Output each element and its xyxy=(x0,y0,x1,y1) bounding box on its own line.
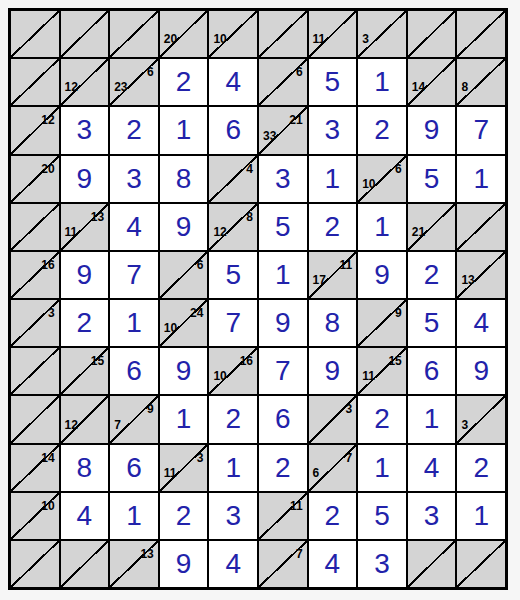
entry-value: 9 xyxy=(424,116,440,144)
block-cell xyxy=(407,10,457,58)
entry-cell[interactable]: 3 xyxy=(407,492,457,540)
entry-cell[interactable]: 1 xyxy=(109,299,159,347)
down-clue: 10 xyxy=(213,33,226,45)
entry-value: 1 xyxy=(225,454,241,482)
block-cell xyxy=(456,540,506,588)
entry-value: 1 xyxy=(374,68,390,96)
block-cell xyxy=(60,540,110,588)
entry-cell[interactable]: 4 xyxy=(109,203,159,251)
clue-cell: 21 xyxy=(407,203,457,251)
entry-value: 5 xyxy=(424,165,440,193)
entry-value: 9 xyxy=(275,309,291,337)
entry-cell[interactable]: 8 xyxy=(60,444,110,492)
clue-cell: 7 xyxy=(258,540,308,588)
diagonal-line xyxy=(457,11,505,57)
clue-cell: 3 xyxy=(357,10,407,58)
entry-value: 2 xyxy=(176,68,192,96)
entry-cell[interactable]: 1 xyxy=(357,444,407,492)
entry-value: 9 xyxy=(176,357,192,385)
entry-cell[interactable]: 1 xyxy=(159,106,209,154)
entry-value: 9 xyxy=(176,213,192,241)
clue-cell: 4 xyxy=(208,155,258,203)
entry-value: 1 xyxy=(176,405,192,433)
entry-cell[interactable]: 2 xyxy=(308,492,358,540)
entry-cell[interactable]: 3 xyxy=(258,155,308,203)
across-clue: 4 xyxy=(246,163,253,175)
across-clue: 6 xyxy=(147,66,154,78)
entry-value: 2 xyxy=(176,502,192,530)
entry-cell[interactable]: 8 xyxy=(308,299,358,347)
entry-cell[interactable]: 7 xyxy=(109,251,159,299)
entry-cell[interactable]: 2 xyxy=(357,106,407,154)
entry-value: 3 xyxy=(275,165,291,193)
diagonal-line xyxy=(457,541,505,587)
entry-cell[interactable]: 4 xyxy=(407,444,457,492)
clue-cell: 113 xyxy=(159,444,209,492)
entry-cell[interactable]: 5 xyxy=(308,58,358,106)
entry-cell[interactable]: 9 xyxy=(407,106,457,154)
diagonal-line xyxy=(408,11,456,57)
clue-cell: 1024 xyxy=(159,299,209,347)
entry-cell[interactable]: 1 xyxy=(159,395,209,443)
entry-value: 4 xyxy=(126,213,142,241)
clue-cell: 15 xyxy=(60,347,110,395)
entry-cell[interactable]: 1 xyxy=(258,251,308,299)
entry-value: 5 xyxy=(424,309,440,337)
across-clue: 15 xyxy=(91,355,104,367)
entry-cell[interactable]: 2 xyxy=(258,444,308,492)
entry-value: 3 xyxy=(77,116,93,144)
clue-cell: 3321 xyxy=(258,106,308,154)
entry-cell[interactable]: 2 xyxy=(159,492,209,540)
entry-value: 4 xyxy=(225,68,241,96)
entry-cell[interactable]: 6 xyxy=(258,395,308,443)
down-clue: 11 xyxy=(362,370,375,382)
across-clue: 12 xyxy=(41,114,54,126)
entry-cell[interactable]: 2 xyxy=(208,395,258,443)
entry-value: 9 xyxy=(77,165,93,193)
entry-cell[interactable]: 9 xyxy=(357,251,407,299)
entry-cell[interactable]: 9 xyxy=(456,347,506,395)
diagonal-line xyxy=(11,204,59,250)
entry-value: 6 xyxy=(225,116,241,144)
entry-value: 2 xyxy=(77,309,93,337)
entry-cell[interactable]: 6 xyxy=(109,444,159,492)
entry-cell[interactable]: 1 xyxy=(109,492,159,540)
entry-cell[interactable]: 1 xyxy=(407,395,457,443)
entry-value: 5 xyxy=(325,68,341,96)
clue-cell: 16 xyxy=(10,251,60,299)
down-clue: 3 xyxy=(461,419,468,431)
entry-value: 9 xyxy=(325,357,341,385)
down-clue: 7 xyxy=(114,419,121,431)
down-clue: 11 xyxy=(164,467,177,479)
down-clue: 20 xyxy=(164,33,177,45)
block-cell xyxy=(109,10,159,58)
entry-cell[interactable]: 9 xyxy=(159,203,209,251)
across-clue: 6 xyxy=(296,66,303,78)
entry-cell[interactable]: 3 xyxy=(208,492,258,540)
across-clue: 13 xyxy=(91,211,104,223)
clue-cell: 12 xyxy=(10,106,60,154)
clue-cell: 8 xyxy=(456,58,506,106)
entry-value: 3 xyxy=(225,502,241,530)
entry-value: 1 xyxy=(424,405,440,433)
entry-cell[interactable]: 7 xyxy=(456,106,506,154)
entry-cell[interactable]: 4 xyxy=(456,299,506,347)
entry-cell[interactable]: 4 xyxy=(308,540,358,588)
entry-value: 4 xyxy=(325,550,341,578)
down-clue: 17 xyxy=(313,274,326,286)
entry-value: 7 xyxy=(275,357,291,385)
block-cell xyxy=(258,10,308,58)
diagonal-line xyxy=(11,11,59,57)
diagonal-line xyxy=(11,59,59,105)
down-clue: 10 xyxy=(164,322,177,334)
page: { "game": "kakuro", "grid": { "rows": 12… xyxy=(0,0,520,600)
entry-cell[interactable]: 4 xyxy=(208,540,258,588)
entry-value: 1 xyxy=(275,261,291,289)
entry-value: 2 xyxy=(275,454,291,482)
entry-cell[interactable]: 9 xyxy=(159,540,209,588)
entry-cell[interactable]: 4 xyxy=(60,492,110,540)
entry-cell[interactable]: 2 xyxy=(357,395,407,443)
clue-cell: 14 xyxy=(407,58,457,106)
diagonal-line xyxy=(11,541,59,587)
clue-cell: 13 xyxy=(109,540,159,588)
entry-value: 1 xyxy=(126,309,142,337)
across-clue: 11 xyxy=(340,259,353,271)
clue-cell: 3 xyxy=(308,395,358,443)
down-clue: 33 xyxy=(263,130,276,142)
entry-cell[interactable]: 3 xyxy=(60,106,110,154)
entry-cell[interactable]: 7 xyxy=(208,299,258,347)
across-clue: 8 xyxy=(246,211,253,223)
entry-cell[interactable]: 6 xyxy=(109,347,159,395)
clue-cell: 1016 xyxy=(208,347,258,395)
clue-cell: 106 xyxy=(357,155,407,203)
entry-value: 1 xyxy=(473,165,489,193)
block-cell xyxy=(10,58,60,106)
block-cell xyxy=(407,540,457,588)
entry-cell[interactable]: 2 xyxy=(456,444,506,492)
entry-cell[interactable]: 3 xyxy=(357,540,407,588)
block-cell xyxy=(10,395,60,443)
entry-value: 5 xyxy=(275,213,291,241)
entry-value: 2 xyxy=(374,116,390,144)
clue-cell: 11 xyxy=(308,10,358,58)
clue-cell: 10 xyxy=(208,10,258,58)
entry-value: 6 xyxy=(126,454,142,482)
diagonal-line xyxy=(11,396,59,442)
entry-cell[interactable]: 7 xyxy=(258,347,308,395)
entry-cell[interactable]: 5 xyxy=(258,203,308,251)
across-clue: 7 xyxy=(346,452,353,464)
entry-cell[interactable]: 9 xyxy=(308,347,358,395)
entry-cell[interactable]: 6 xyxy=(407,347,457,395)
down-clue: 21 xyxy=(412,226,425,238)
down-clue: 13 xyxy=(461,274,474,286)
entry-value: 4 xyxy=(77,502,93,530)
block-cell xyxy=(10,203,60,251)
entry-value: 2 xyxy=(126,116,142,144)
diagonal-line xyxy=(259,11,307,57)
entry-cell[interactable]: 2 xyxy=(308,203,358,251)
clue-cell: 6 xyxy=(258,58,308,106)
entry-value: 1 xyxy=(374,454,390,482)
clue-cell: 1115 xyxy=(357,347,407,395)
entry-cell[interactable]: 8 xyxy=(159,155,209,203)
entry-value: 9 xyxy=(77,261,93,289)
across-clue: 3 xyxy=(197,452,204,464)
entry-value: 9 xyxy=(374,261,390,289)
entry-value: 2 xyxy=(325,502,341,530)
clue-cell: 11 xyxy=(258,492,308,540)
entry-cell[interactable]: 2 xyxy=(407,251,457,299)
entry-value: 6 xyxy=(424,357,440,385)
clue-cell: 1113 xyxy=(60,203,110,251)
diagonal-line xyxy=(457,204,505,250)
entry-value: 2 xyxy=(325,213,341,241)
entry-value: 4 xyxy=(473,309,489,337)
entry-cell[interactable]: 9 xyxy=(159,347,209,395)
diagonal-line xyxy=(61,11,109,57)
across-clue: 24 xyxy=(190,307,203,319)
down-clue: 10 xyxy=(213,370,226,382)
entry-value: 3 xyxy=(424,502,440,530)
clue-cell: 1711 xyxy=(308,251,358,299)
across-clue: 14 xyxy=(41,452,54,464)
entry-cell[interactable]: 2 xyxy=(159,58,209,106)
down-clue: 12 xyxy=(65,81,78,93)
down-clue: 11 xyxy=(313,33,326,45)
block-cell xyxy=(10,10,60,58)
entry-cell[interactable]: 3 xyxy=(308,106,358,154)
down-clue: 23 xyxy=(114,81,127,93)
down-clue: 12 xyxy=(213,226,226,238)
entry-value: 6 xyxy=(275,405,291,433)
entry-cell[interactable]: 2 xyxy=(109,106,159,154)
down-clue: 12 xyxy=(65,419,78,431)
clue-cell: 3 xyxy=(10,299,60,347)
entry-value: 1 xyxy=(374,213,390,241)
diagonal-line xyxy=(61,541,109,587)
clue-cell: 12 xyxy=(60,58,110,106)
entry-value: 2 xyxy=(225,405,241,433)
clue-cell: 12 xyxy=(60,395,110,443)
across-clue: 6 xyxy=(197,259,204,271)
entry-cell[interactable]: 5 xyxy=(357,492,407,540)
entry-value: 4 xyxy=(225,550,241,578)
down-clue: 8 xyxy=(461,81,468,93)
across-clue: 10 xyxy=(41,500,54,512)
entry-cell[interactable]: 6 xyxy=(208,106,258,154)
entry-value: 1 xyxy=(325,165,341,193)
diagonal-line xyxy=(408,541,456,587)
clue-cell: 236 xyxy=(109,58,159,106)
across-clue: 16 xyxy=(41,259,54,271)
entry-value: 2 xyxy=(424,261,440,289)
entry-value: 1 xyxy=(473,502,489,530)
across-clue: 15 xyxy=(388,355,401,367)
entry-cell[interactable]: 1 xyxy=(357,203,407,251)
down-clue: 10 xyxy=(362,178,375,190)
entry-value: 1 xyxy=(126,502,142,530)
entry-value: 3 xyxy=(126,165,142,193)
entry-cell[interactable]: 9 xyxy=(258,299,308,347)
entry-value: 9 xyxy=(176,550,192,578)
clue-cell: 67 xyxy=(308,444,358,492)
across-clue: 21 xyxy=(289,114,302,126)
entry-value: 4 xyxy=(424,454,440,482)
clue-cell: 79 xyxy=(109,395,159,443)
entry-cell[interactable]: 5 xyxy=(208,251,258,299)
clue-cell: 3 xyxy=(456,395,506,443)
clue-cell: 10 xyxy=(10,492,60,540)
entry-value: 7 xyxy=(225,309,241,337)
across-clue: 9 xyxy=(147,403,154,415)
diagonal-line xyxy=(110,11,158,57)
down-clue: 11 xyxy=(65,226,78,238)
entry-value: 2 xyxy=(374,405,390,433)
kakuro-board: 2010113122362465114812321633213297209384… xyxy=(8,8,508,590)
across-clue: 16 xyxy=(240,355,253,367)
block-cell xyxy=(10,540,60,588)
down-clue: 3 xyxy=(362,33,369,45)
across-clue: 7 xyxy=(296,548,303,560)
entry-cell[interactable]: 5 xyxy=(407,155,457,203)
across-clue: 20 xyxy=(41,163,54,175)
clue-cell: 13 xyxy=(456,251,506,299)
clue-cell: 9 xyxy=(357,299,407,347)
entry-value: 7 xyxy=(126,261,142,289)
entry-value: 5 xyxy=(225,261,241,289)
block-cell xyxy=(10,347,60,395)
entry-cell[interactable]: 2 xyxy=(60,299,110,347)
clue-cell: 128 xyxy=(208,203,258,251)
entry-value: 2 xyxy=(473,454,489,482)
entry-cell[interactable]: 9 xyxy=(60,155,110,203)
across-clue: 3 xyxy=(48,307,55,319)
diagonal-line xyxy=(11,348,59,394)
entry-cell[interactable]: 3 xyxy=(109,155,159,203)
entry-cell[interactable]: 1 xyxy=(208,444,258,492)
across-clue: 9 xyxy=(395,307,402,319)
across-clue: 13 xyxy=(140,548,153,560)
clue-cell: 20 xyxy=(10,155,60,203)
clue-cell: 20 xyxy=(159,10,209,58)
across-clue: 11 xyxy=(290,500,303,512)
entry-cell[interactable]: 1 xyxy=(308,155,358,203)
entry-cell[interactable]: 5 xyxy=(407,299,457,347)
entry-value: 7 xyxy=(473,116,489,144)
entry-cell[interactable]: 1 xyxy=(357,58,407,106)
across-clue: 3 xyxy=(346,403,353,415)
entry-value: 3 xyxy=(325,116,341,144)
down-clue: 6 xyxy=(313,467,320,479)
block-cell xyxy=(456,203,506,251)
clue-cell: 6 xyxy=(159,251,209,299)
entry-value: 6 xyxy=(126,357,142,385)
entry-cell[interactable]: 1 xyxy=(456,155,506,203)
block-cell xyxy=(60,10,110,58)
entry-value: 5 xyxy=(374,502,390,530)
across-clue: 6 xyxy=(395,163,402,175)
entry-cell[interactable]: 9 xyxy=(60,251,110,299)
entry-cell[interactable]: 1 xyxy=(456,492,506,540)
entry-value: 8 xyxy=(325,309,341,337)
down-clue: 14 xyxy=(412,81,425,93)
clue-cell: 14 xyxy=(10,444,60,492)
entry-value: 8 xyxy=(77,454,93,482)
block-cell xyxy=(456,10,506,58)
entry-cell[interactable]: 4 xyxy=(208,58,258,106)
entry-value: 8 xyxy=(176,165,192,193)
entry-value: 3 xyxy=(374,550,390,578)
entry-value: 9 xyxy=(473,357,489,385)
entry-value: 1 xyxy=(176,116,192,144)
